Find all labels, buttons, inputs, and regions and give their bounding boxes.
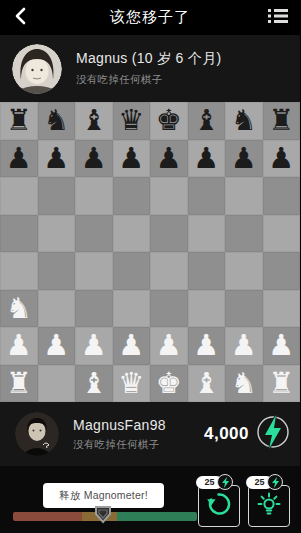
controls-bar: 释放 Magnometer! 25 <box>0 466 300 533</box>
play-magnus-app: 该您移子了 <box>0 0 300 533</box>
square-c4[interactable] <box>75 252 113 290</box>
black-pawn: ♟ <box>156 144 182 173</box>
black-bishop: ♝ <box>81 106 107 135</box>
square-e8[interactable]: ♚ <box>150 102 188 140</box>
energy-score: 4,000 <box>204 424 249 444</box>
bolt-icon <box>267 474 283 490</box>
meter-segment-red <box>13 512 82 521</box>
move-list-button[interactable] <box>266 8 290 28</box>
hint-cost-badge: 25 <box>246 474 283 490</box>
square-e2[interactable]: ♟ <box>150 327 188 365</box>
white-king: ♚ <box>156 369 182 398</box>
square-b7[interactable]: ♟ <box>38 140 76 178</box>
white-pawn: ♟ <box>6 331 32 360</box>
square-f3[interactable] <box>188 290 226 328</box>
square-g6[interactable] <box>225 177 263 215</box>
black-pawn: ♟ <box>81 144 107 173</box>
player-info: MagnusFan98 没有吃掉任何棋子 <box>73 417 204 452</box>
square-c6[interactable] <box>75 177 113 215</box>
square-e7[interactable]: ♟ <box>150 140 188 178</box>
white-knight: ♞ <box>231 369 257 398</box>
square-d6[interactable] <box>113 177 151 215</box>
square-g8[interactable]: ♞ <box>225 102 263 140</box>
square-f4[interactable] <box>188 252 226 290</box>
player-panel: MagnusFan98 没有吃掉任何棋子 4,000 <box>0 402 300 466</box>
page-title: 该您移子了 <box>0 8 300 27</box>
square-h7[interactable]: ♟ <box>263 140 301 178</box>
white-rook: ♜ <box>268 369 294 398</box>
square-e5[interactable] <box>150 215 188 253</box>
square-c3[interactable] <box>75 290 113 328</box>
square-b4[interactable] <box>38 252 76 290</box>
undo-button[interactable]: 25 <box>198 485 240 527</box>
opponent-capture-status: 没有吃掉任何棋子 <box>76 73 300 87</box>
square-c5[interactable] <box>75 215 113 253</box>
opponent-info: Magnus (10 岁 6 个月) 没有吃掉任何棋子 <box>76 50 300 87</box>
black-pawn: ♟ <box>118 144 144 173</box>
square-b6[interactable] <box>38 177 76 215</box>
square-a6[interactable] <box>0 177 38 215</box>
meter-segment-green <box>117 512 197 521</box>
square-d8[interactable]: ♛ <box>113 102 151 140</box>
square-g1[interactable]: ♞ <box>225 365 263 403</box>
square-a4[interactable] <box>0 252 38 290</box>
square-b3[interactable] <box>38 290 76 328</box>
square-d3[interactable] <box>113 290 151 328</box>
square-e4[interactable] <box>150 252 188 290</box>
black-rook: ♜ <box>268 106 294 135</box>
square-e3[interactable] <box>150 290 188 328</box>
opponent-name: Magnus (10 岁 6 个月) <box>76 50 300 68</box>
square-b5[interactable] <box>38 215 76 253</box>
square-d2[interactable]: ♟ <box>113 327 151 365</box>
square-b1[interactable] <box>38 365 76 403</box>
white-pawn: ♟ <box>156 331 182 360</box>
black-pawn: ♟ <box>231 144 257 173</box>
square-f7[interactable]: ♟ <box>188 140 226 178</box>
black-pawn: ♟ <box>268 144 294 173</box>
square-a5[interactable] <box>0 215 38 253</box>
square-f2[interactable]: ♟ <box>188 327 226 365</box>
square-g5[interactable] <box>225 215 263 253</box>
square-d5[interactable] <box>113 215 151 253</box>
square-h2[interactable]: ♟ <box>263 327 301 365</box>
undo-cost-badge: 25 <box>196 474 233 490</box>
square-g2[interactable]: ♟ <box>225 327 263 365</box>
bolt-icon <box>217 474 233 490</box>
square-c1[interactable]: ♝ <box>75 365 113 403</box>
black-knight: ♞ <box>231 106 257 135</box>
square-g3[interactable] <box>225 290 263 328</box>
square-a8[interactable]: ♜ <box>0 102 38 140</box>
square-f6[interactable] <box>188 177 226 215</box>
square-h3[interactable] <box>263 290 301 328</box>
square-f5[interactable] <box>188 215 226 253</box>
player-capture-status: 没有吃掉任何棋子 <box>73 438 204 452</box>
opponent-panel: Magnus (10 岁 6 个月) 没有吃掉任何棋子 <box>0 35 300 102</box>
lightning-bolt-icon <box>256 414 290 454</box>
white-bishop: ♝ <box>193 369 219 398</box>
hint-button[interactable]: 25 <box>248 485 290 527</box>
square-h4[interactable] <box>263 252 301 290</box>
white-queen: ♛ <box>118 369 144 398</box>
square-h8[interactable]: ♜ <box>263 102 301 140</box>
square-c7[interactable]: ♟ <box>75 140 113 178</box>
black-king: ♚ <box>156 106 182 135</box>
black-knight: ♞ <box>43 106 69 135</box>
list-icon <box>268 8 288 28</box>
black-rook: ♜ <box>6 106 32 135</box>
black-pawn: ♟ <box>193 144 219 173</box>
opponent-avatar <box>12 44 62 94</box>
magnometer-marker-icon <box>94 505 112 524</box>
square-g7[interactable]: ♟ <box>225 140 263 178</box>
square-e6[interactable] <box>150 177 188 215</box>
square-f1[interactable]: ♝ <box>188 365 226 403</box>
square-h5[interactable] <box>263 215 301 253</box>
player-name: MagnusFan98 <box>73 417 204 433</box>
square-d7[interactable]: ♟ <box>113 140 151 178</box>
white-rook: ♜ <box>6 369 32 398</box>
square-c2[interactable]: ♟ <box>75 327 113 365</box>
white-pawn: ♟ <box>193 331 219 360</box>
chess-board: ♜♞♝♛♚♝♞♜♟♟♟♟♟♟♟♟♞♟♟♟♟♟♟♟♟♜♝♛♚♝♞♜ <box>0 102 300 402</box>
square-a3[interactable]: ♞ <box>0 290 38 328</box>
white-pawn: ♟ <box>118 331 144 360</box>
black-queen: ♛ <box>118 106 144 135</box>
white-pawn: ♟ <box>231 331 257 360</box>
energy-display: 4,000 <box>204 414 290 454</box>
square-a7[interactable]: ♟ <box>0 140 38 178</box>
square-b8[interactable]: ♞ <box>38 102 76 140</box>
square-d4[interactable] <box>113 252 151 290</box>
square-h6[interactable] <box>263 177 301 215</box>
square-c8[interactable]: ♝ <box>75 102 113 140</box>
white-pawn: ♟ <box>81 331 107 360</box>
white-bishop: ♝ <box>81 369 107 398</box>
player-avatar <box>15 412 59 456</box>
square-d1[interactable]: ♛ <box>113 365 151 403</box>
square-e1[interactable]: ♚ <box>150 365 188 403</box>
square-h1[interactable]: ♜ <box>263 365 301 403</box>
black-bishop: ♝ <box>193 106 219 135</box>
undo-arrow-icon <box>205 490 233 522</box>
square-a2[interactable]: ♟ <box>0 327 38 365</box>
square-g4[interactable] <box>225 252 263 290</box>
lightbulb-icon <box>255 490 283 522</box>
black-pawn: ♟ <box>43 144 69 173</box>
header: 该您移子了 <box>0 0 300 35</box>
square-f8[interactable]: ♝ <box>188 102 226 140</box>
white-pawn: ♟ <box>268 331 294 360</box>
square-a1[interactable]: ♜ <box>0 365 38 403</box>
square-b2[interactable]: ♟ <box>38 327 76 365</box>
black-pawn: ♟ <box>6 144 32 173</box>
white-pawn: ♟ <box>43 331 69 360</box>
white-knight: ♞ <box>6 294 32 323</box>
